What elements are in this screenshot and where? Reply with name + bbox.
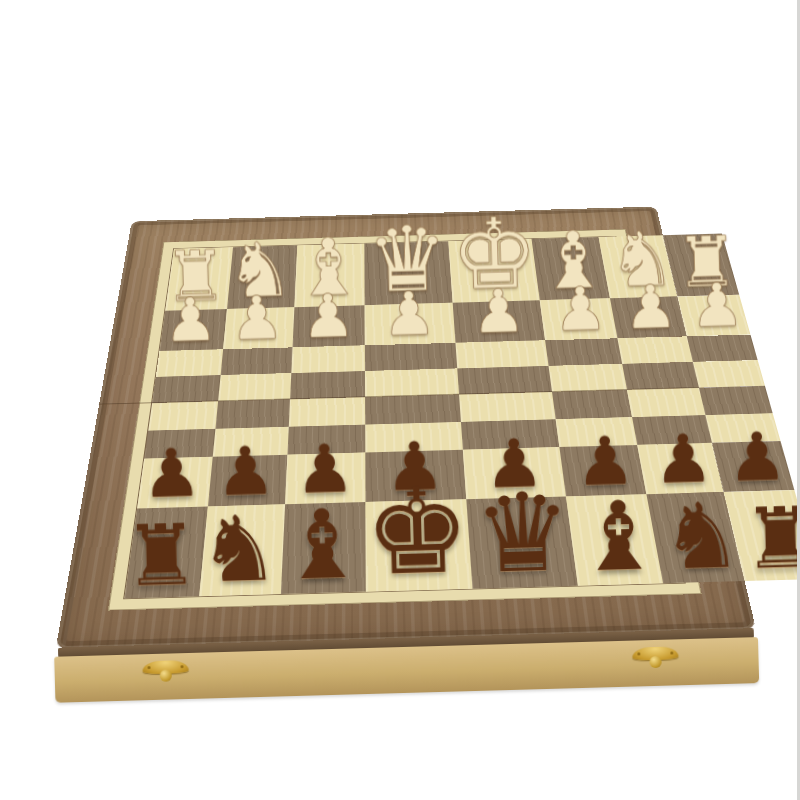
square-c4[interactable] bbox=[548, 364, 627, 392]
square-b5[interactable] bbox=[627, 388, 705, 417]
piece-white-pawn[interactable]: ♟ bbox=[690, 275, 745, 336]
square-b2[interactable]: ♟ bbox=[610, 296, 687, 338]
square-h8[interactable]: ♜ bbox=[124, 506, 208, 598]
square-h3[interactable] bbox=[156, 349, 224, 376]
square-e4[interactable] bbox=[365, 368, 458, 397]
board-grid: ♜♞♝♛♚♝♞♜♟♟♟♟♟♟♟♟♟♟♟♟♟♟♟♟♜♞♝♚♛♝♞♜ bbox=[123, 236, 686, 599]
clasp-knob bbox=[649, 656, 661, 668]
clasp-screw bbox=[180, 665, 183, 668]
clasp-screw bbox=[147, 666, 150, 669]
square-c3[interactable] bbox=[545, 338, 622, 365]
piece-black-pawn[interactable]: ♟ bbox=[141, 440, 202, 508]
board-frame: ♜♞♝♛♚♝♞♜♟♟♟♟♟♟♟♟♟♟♟♟♟♟♟♟♜♞♝♚♛♝♞♜ bbox=[56, 207, 757, 650]
piece-black-pawn[interactable]: ♟ bbox=[727, 423, 788, 491]
clasp-right bbox=[632, 646, 679, 675]
piece-black-king[interactable]: ♚ bbox=[363, 471, 472, 592]
square-h4[interactable] bbox=[152, 375, 221, 403]
square-b8[interactable]: ♞ bbox=[647, 492, 745, 583]
square-g3[interactable] bbox=[221, 347, 293, 374]
piece-white-pawn[interactable]: ♟ bbox=[553, 279, 608, 340]
square-d3[interactable] bbox=[455, 340, 548, 368]
piece-white-pawn[interactable]: ♟ bbox=[471, 281, 526, 342]
square-f8[interactable]: ♝ bbox=[281, 502, 366, 594]
square-b3[interactable] bbox=[618, 336, 693, 363]
clasp-screw bbox=[637, 652, 640, 655]
square-e3[interactable] bbox=[365, 343, 457, 371]
square-g4[interactable] bbox=[218, 373, 291, 401]
square-c5[interactable] bbox=[552, 390, 632, 419]
board-margin: ♜♞♝♛♚♝♞♜♟♟♟♟♟♟♟♟♟♟♟♟♟♟♟♟♜♞♝♚♛♝♞♜ bbox=[108, 229, 702, 611]
piece-black-rook[interactable]: ♜ bbox=[741, 495, 800, 581]
piece-black-bishop[interactable]: ♝ bbox=[575, 488, 663, 585]
square-g2[interactable]: ♟ bbox=[223, 307, 294, 349]
square-a4[interactable] bbox=[693, 360, 765, 388]
piece-black-bishop[interactable]: ♝ bbox=[279, 496, 367, 593]
piece-white-pawn[interactable]: ♟ bbox=[230, 288, 285, 349]
square-h2[interactable]: ♟ bbox=[159, 309, 227, 351]
square-e8[interactable]: ♚ bbox=[366, 499, 472, 591]
scene: ♜♞♝♛♚♝♞♜♟♟♟♟♟♟♟♟♟♟♟♟♟♟♟♟♜♞♝♚♛♝♞♜ bbox=[0, 0, 800, 800]
clasp-screw bbox=[670, 651, 673, 654]
piece-white-pawn[interactable]: ♟ bbox=[623, 277, 678, 338]
clasp-knob bbox=[160, 669, 172, 681]
square-f5[interactable] bbox=[289, 397, 366, 426]
square-a5[interactable] bbox=[699, 386, 773, 415]
piece-black-queen[interactable]: ♛ bbox=[473, 477, 573, 588]
piece-white-pawn[interactable]: ♟ bbox=[301, 286, 356, 347]
piece-black-rook[interactable]: ♜ bbox=[123, 512, 200, 598]
square-d2[interactable]: ♟ bbox=[452, 300, 545, 343]
square-d4[interactable] bbox=[457, 366, 552, 395]
square-e2[interactable]: ♟ bbox=[365, 303, 455, 346]
chess-board: ♜♞♝♛♚♝♞♜♟♟♟♟♟♟♟♟♟♟♟♟♟♟♟♟♜♞♝♚♛♝♞♜ bbox=[56, 207, 757, 650]
square-d5[interactable] bbox=[459, 392, 556, 422]
square-f4[interactable] bbox=[290, 371, 365, 399]
piece-white-pawn[interactable]: ♟ bbox=[382, 283, 437, 344]
square-a3[interactable] bbox=[687, 335, 758, 362]
clasp-left bbox=[142, 660, 189, 689]
square-c8[interactable]: ♝ bbox=[566, 494, 663, 586]
square-g5[interactable] bbox=[216, 399, 290, 428]
piece-black-knight[interactable]: ♞ bbox=[660, 490, 744, 583]
square-d8[interactable]: ♛ bbox=[466, 496, 578, 588]
piece-white-pawn[interactable]: ♟ bbox=[163, 290, 218, 351]
square-b4[interactable] bbox=[622, 362, 699, 390]
square-c2[interactable]: ♟ bbox=[540, 298, 618, 340]
square-e5[interactable] bbox=[365, 394, 460, 424]
square-f2[interactable]: ♟ bbox=[293, 305, 366, 347]
square-f3[interactable] bbox=[291, 345, 365, 372]
piece-black-knight[interactable]: ♞ bbox=[198, 503, 282, 596]
square-a2[interactable]: ♟ bbox=[677, 295, 750, 337]
square-h5[interactable] bbox=[148, 401, 218, 430]
square-g8[interactable]: ♞ bbox=[200, 504, 286, 596]
